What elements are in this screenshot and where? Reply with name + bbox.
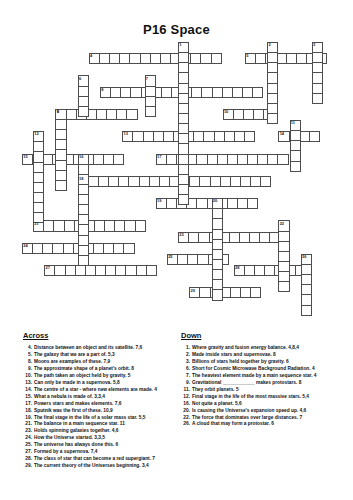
clue-number: 14. — [23, 387, 32, 394]
clue-11: 11.They orbit planets. 5 — [181, 387, 351, 394]
grid-cell[interactable] — [113, 154, 124, 165]
across-word-21 — [33, 220, 146, 231]
clue-27: 27.Formed by a supernova. 7,4 — [23, 449, 181, 456]
clue-text: Holds spinning galaxies together. 4,6 — [34, 428, 119, 435]
grid-cell[interactable] — [309, 131, 320, 142]
clue-text: Can only be made in a supernova. 5,8 — [34, 380, 120, 387]
clue-text: The galaxy that we are a part of. 5,3 — [34, 352, 115, 359]
clue-text: The balance in a main sequence star. 11 — [34, 421, 125, 428]
clue-2: 2.Made inside stars and supernovae. 8 — [181, 352, 351, 359]
clue-number: 7. — [181, 373, 190, 380]
clue-28: 28.The class of star that can become a r… — [23, 456, 181, 463]
clue-13: 13.Can only be made in a supernova. 5,8 — [23, 380, 181, 387]
grid-cell[interactable] — [312, 93, 323, 104]
across-word-23 — [178, 232, 280, 243]
clue-number: 11. — [181, 387, 190, 394]
clue-number: 20. — [181, 408, 190, 415]
across-word-19 — [156, 198, 258, 209]
across-word-29 — [189, 287, 261, 298]
clue-number: 21. — [23, 421, 32, 428]
down-word-12 — [33, 131, 44, 223]
clue-3: 3.Billions of stars held together by gra… — [181, 359, 351, 366]
clue-number: 19. — [23, 415, 32, 422]
grid-cell[interactable] — [55, 180, 66, 191]
grid-cell[interactable] — [135, 220, 146, 231]
clue-number: 28. — [23, 456, 32, 463]
down-heading: Down — [181, 331, 351, 340]
down-word-2 — [267, 42, 278, 124]
clue-text: Powers stars and makes elements. 7,6 — [34, 401, 121, 408]
clue-number: 9. — [23, 366, 32, 373]
clue-6: 6.Short for Cosmic Microwave Background … — [181, 366, 351, 373]
clue-1: 1.Where gravity and fusion energy balanc… — [181, 345, 351, 352]
clue-22: 22.The force that dominates over large d… — [181, 415, 351, 422]
clue-15: 15.What a nebula is made of. 3,3,4 — [23, 394, 181, 401]
clue-17: 17.Powers stars and makes elements. 7,6 — [23, 401, 181, 408]
clue-number: 8. — [23, 359, 32, 366]
down-word-20 — [212, 198, 223, 300]
clue-text: Made inside stars and supernovae. 8 — [192, 352, 276, 359]
clue-number: 26. — [181, 421, 190, 428]
clue-text: Final stage in the life of the most mass… — [192, 394, 309, 401]
grid-cell[interactable] — [247, 198, 258, 209]
grid-cell[interactable] — [33, 212, 44, 223]
clue-number: 12. — [181, 394, 190, 401]
clue-23: 23.Holds spinning galaxies together. 4,6 — [23, 428, 181, 435]
clue-number: 13. — [23, 380, 32, 387]
clue-14: 14.The centre of a star - where new elem… — [23, 387, 181, 394]
clue-16: 16.Not quite a planet. 5,6 — [181, 401, 351, 408]
clue-text: The universe has always done this. 6 — [34, 442, 118, 449]
clue-text: What a nebula is made of. 3,3,4 — [34, 394, 105, 401]
clue-25: 25.The universe has always done this. 6 — [23, 442, 181, 449]
clue-text: Distance between an object and its satel… — [34, 345, 142, 352]
across-word-18 — [78, 176, 272, 187]
down-word-7 — [145, 75, 156, 117]
clue-text: Short for Cosmic Microwave Background Ra… — [192, 366, 315, 373]
grid-cell[interactable] — [178, 194, 189, 205]
clue-text: The path taken an object held by gravity… — [34, 373, 130, 380]
clue-26: 26.A cloud that may form a protostar. 6 — [181, 421, 351, 428]
grid-cell[interactable] — [301, 305, 312, 316]
clue-number: 4. — [23, 345, 32, 352]
across-heading: Across — [23, 331, 181, 340]
clue-number: 6. — [181, 366, 190, 373]
down-word-11 — [290, 120, 301, 172]
clue-number: 27. — [23, 449, 32, 456]
down-word-9 — [55, 109, 66, 191]
grid-cell[interactable] — [78, 106, 89, 117]
clue-text: Not quite a planet. 5,6 — [192, 401, 242, 408]
grid-cell[interactable] — [211, 53, 222, 64]
clue-text: Is causing the Universe's expansion spee… — [192, 408, 306, 415]
clue-19: 19.The final stage in the life of a sola… — [23, 415, 181, 422]
grid-cell[interactable] — [244, 131, 255, 142]
down-word-26 — [301, 254, 312, 316]
clue-18: 18.Sputnik was the first of these. 10,9 — [23, 408, 181, 415]
across-word-4 — [89, 53, 222, 64]
grid-cell[interactable] — [252, 87, 263, 98]
clue-number: 15. — [23, 394, 32, 401]
clue-21: 21.The balance in a main sequence star. … — [23, 421, 181, 428]
clue-number: 29. — [23, 463, 32, 470]
clue-text: Formed by a supernova. 7,4 — [34, 449, 97, 456]
clue-number: 9. — [181, 380, 190, 387]
across-clues-column: Across 4.Distance between an object and … — [23, 331, 181, 470]
grid-cell[interactable] — [290, 161, 301, 172]
clue-4: 4.Distance between an object and its sat… — [23, 345, 181, 352]
clue-number: 1. — [181, 345, 190, 352]
clue-text: They orbit planets. 5 — [192, 387, 239, 394]
clue-text: Gravitational ____________ makes protost… — [192, 380, 301, 387]
grid-cell[interactable] — [277, 154, 288, 165]
clue-text: The final stage in the life of a solar m… — [34, 415, 145, 422]
clue-9: 9.Gravitational ____________ makes proto… — [181, 380, 351, 387]
clue-number: 24. — [23, 435, 32, 442]
clue-9: 9.The approximate shape of a planet's or… — [23, 366, 181, 373]
grid-cell[interactable] — [250, 287, 261, 298]
clue-text: The force that dominates over large dist… — [192, 415, 302, 422]
grid-cell[interactable] — [278, 281, 289, 292]
down-word-16 — [78, 154, 89, 267]
clue-number: 23. — [23, 428, 32, 435]
across-word-27 — [44, 265, 157, 276]
clue-number: 17. — [23, 401, 32, 408]
page-title: P16 Space — [0, 22, 353, 37]
clue-number: 10. — [23, 373, 32, 380]
clue-7: 7.The heaviest element made by a main se… — [181, 373, 351, 380]
clue-number: 25. — [23, 442, 32, 449]
clue-number: 22. — [181, 415, 190, 422]
clue-text: A cloud that may form a protostar. 6 — [192, 421, 274, 428]
clue-text: How the Universe started. 3,3,5 — [34, 435, 105, 442]
clue-number: 16. — [181, 401, 190, 408]
across-word-28 — [234, 265, 306, 276]
clue-text: The centre of a star - where new element… — [34, 387, 157, 394]
clue-number: 3. — [181, 359, 190, 366]
clue-text: Billions of stars held together by gravi… — [192, 359, 289, 366]
clue-24: 24.How the Universe started. 3,3,5 — [23, 435, 181, 442]
clue-20: 20.Is causing the Universe's expansion s… — [181, 408, 351, 415]
clue-text: The approximate shape of a planet's orbi… — [34, 366, 134, 373]
across-clue-list: 4.Distance between an object and its sat… — [23, 345, 181, 470]
across-word-17 — [156, 154, 289, 165]
across-word-9 — [55, 109, 137, 120]
grid-cell[interactable] — [267, 113, 278, 124]
down-clue-list: 1.Where gravity and fusion energy balanc… — [181, 345, 351, 428]
grid-cell[interactable] — [146, 265, 157, 276]
clue-5: 5.The galaxy that we are a part of. 5,3 — [23, 352, 181, 359]
clue-29: 29.The current theory of the Universes b… — [23, 463, 181, 470]
down-word-3 — [312, 42, 323, 104]
grid-cell[interactable] — [145, 106, 156, 117]
grid-cell[interactable] — [123, 243, 134, 254]
clue-8: 8.Moons are examples of these. 7,9 — [23, 359, 181, 366]
grid-cell[interactable] — [78, 255, 89, 266]
grid-cell[interactable] — [260, 176, 271, 187]
clue-number: 2. — [181, 352, 190, 359]
clue-10: 10.The path taken an object held by grav… — [23, 373, 181, 380]
clue-number: 18. — [23, 408, 32, 415]
down-clues-column: Down 1.Where gravity and fusion energy b… — [181, 331, 351, 428]
down-word-6 — [78, 75, 89, 117]
grid-cell[interactable] — [126, 109, 137, 120]
down-word-22 — [278, 220, 289, 292]
clue-text: Where gravity and fusion energy balance.… — [192, 345, 299, 352]
clue-text: The current theory of the Universes begi… — [34, 463, 149, 470]
clue-number: 5. — [23, 352, 32, 359]
down-word-1 — [178, 42, 189, 205]
grid-cell[interactable] — [212, 289, 223, 300]
clue-text: The heaviest element made by a main sequ… — [192, 373, 317, 380]
clue-text: Sputnik was the first of these. 10,9 — [34, 408, 113, 415]
clue-text: Moons are examples of these. 7,9 — [34, 359, 110, 366]
crossword-page: P16 Space 458910131415171819212324252728… — [0, 0, 353, 500]
clue-text: The class of star that can become a red … — [34, 456, 155, 463]
clue-12: 12.Final stage in the life of the most m… — [181, 394, 351, 401]
